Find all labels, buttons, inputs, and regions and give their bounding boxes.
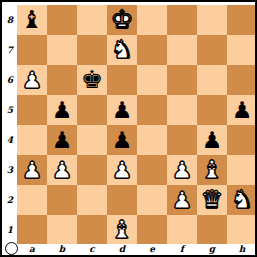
square-f3[interactable]: ♟ <box>167 155 197 185</box>
square-d1[interactable]: ♝ <box>107 215 137 245</box>
square-b5[interactable]: ♟ <box>47 95 77 125</box>
square-f7[interactable] <box>167 35 197 65</box>
square-c5[interactable] <box>77 95 107 125</box>
square-e3[interactable] <box>137 155 167 185</box>
square-e4[interactable] <box>137 125 167 155</box>
square-a7[interactable] <box>17 35 47 65</box>
square-f1[interactable] <box>167 215 197 245</box>
square-d8[interactable]: ♚ <box>107 5 137 35</box>
rank-label-4: 4 <box>4 125 16 155</box>
white-pawn[interactable]: ♟ <box>22 65 43 95</box>
square-d7[interactable]: ♞ <box>107 35 137 65</box>
white-pawn[interactable]: ♟ <box>172 155 193 185</box>
square-b2[interactable] <box>47 185 77 215</box>
chess-diagram: 87654321 ♝♚♞♟♚♟♟♟♟♟♟♟♟♟♟♝♟♛♞♝ abcdefgh <box>0 0 257 257</box>
square-d3[interactable]: ♟ <box>107 155 137 185</box>
square-e2[interactable] <box>137 185 167 215</box>
square-b6[interactable] <box>47 65 77 95</box>
square-g7[interactable] <box>197 35 227 65</box>
black-king[interactable]: ♚ <box>81 65 103 95</box>
square-h5[interactable]: ♟ <box>227 95 257 125</box>
square-e1[interactable] <box>137 215 167 245</box>
square-b7[interactable] <box>47 35 77 65</box>
square-a8[interactable]: ♝ <box>17 5 47 35</box>
file-label-g: g <box>197 244 227 257</box>
square-c2[interactable] <box>77 185 107 215</box>
square-b1[interactable] <box>47 215 77 245</box>
square-f8[interactable] <box>167 5 197 35</box>
rank-label-1: 1 <box>4 215 16 245</box>
black-bishop[interactable]: ♝ <box>21 5 43 35</box>
square-c8[interactable] <box>77 5 107 35</box>
square-h2[interactable]: ♞ <box>227 185 257 215</box>
white-bishop[interactable]: ♝ <box>111 215 133 245</box>
file-label-f: f <box>167 244 197 257</box>
white-pawn[interactable]: ♟ <box>22 155 43 185</box>
square-a1[interactable] <box>17 215 47 245</box>
white-queen[interactable]: ♛ <box>201 185 223 215</box>
square-b8[interactable] <box>47 5 77 35</box>
square-g6[interactable] <box>197 65 227 95</box>
file-label-a: a <box>17 244 47 257</box>
square-c3[interactable] <box>77 155 107 185</box>
square-h8[interactable] <box>227 5 257 35</box>
rank-label-7: 7 <box>4 35 16 65</box>
white-pawn[interactable]: ♟ <box>112 155 133 185</box>
square-e8[interactable] <box>137 5 167 35</box>
black-pawn[interactable]: ♟ <box>202 125 223 155</box>
square-b3[interactable]: ♟ <box>47 155 77 185</box>
square-c4[interactable] <box>77 125 107 155</box>
square-a6[interactable]: ♟ <box>17 65 47 95</box>
square-f6[interactable] <box>167 65 197 95</box>
square-d5[interactable]: ♟ <box>107 95 137 125</box>
white-king[interactable]: ♚ <box>111 5 133 35</box>
square-e6[interactable] <box>137 65 167 95</box>
file-label-c: c <box>77 244 107 257</box>
rank-labels: 87654321 <box>4 5 16 245</box>
square-h4[interactable] <box>227 125 257 155</box>
square-c1[interactable] <box>77 215 107 245</box>
file-labels: abcdefgh <box>17 244 257 257</box>
black-pawn[interactable]: ♟ <box>232 95 253 125</box>
square-e5[interactable] <box>137 95 167 125</box>
rank-label-2: 2 <box>4 185 16 215</box>
black-pawn[interactable]: ♟ <box>52 95 73 125</box>
square-g4[interactable]: ♟ <box>197 125 227 155</box>
square-f4[interactable] <box>167 125 197 155</box>
square-g8[interactable] <box>197 5 227 35</box>
square-b4[interactable]: ♟ <box>47 125 77 155</box>
file-label-h: h <box>227 244 257 257</box>
file-label-b: b <box>47 244 77 257</box>
square-c6[interactable]: ♚ <box>77 65 107 95</box>
square-c7[interactable] <box>77 35 107 65</box>
file-label-e: e <box>137 244 167 257</box>
square-g3[interactable]: ♝ <box>197 155 227 185</box>
white-knight[interactable]: ♞ <box>111 35 133 65</box>
rank-label-6: 6 <box>4 65 16 95</box>
white-pawn[interactable]: ♟ <box>172 185 193 215</box>
square-a4[interactable] <box>17 125 47 155</box>
rank-label-8: 8 <box>4 5 16 35</box>
rank-label-3: 3 <box>4 155 16 185</box>
square-d2[interactable] <box>107 185 137 215</box>
square-h7[interactable] <box>227 35 257 65</box>
black-pawn[interactable]: ♟ <box>52 125 73 155</box>
square-f2[interactable]: ♟ <box>167 185 197 215</box>
white-pawn[interactable]: ♟ <box>52 155 73 185</box>
white-to-move-indicator <box>5 242 18 255</box>
file-label-d: d <box>107 244 137 257</box>
square-a5[interactable] <box>17 95 47 125</box>
square-a2[interactable] <box>17 185 47 215</box>
rank-label-5: 5 <box>4 95 16 125</box>
square-e7[interactable] <box>137 35 167 65</box>
square-g5[interactable] <box>197 95 227 125</box>
black-pawn[interactable]: ♟ <box>112 95 133 125</box>
square-h6[interactable] <box>227 65 257 95</box>
square-h1[interactable] <box>227 215 257 245</box>
square-g1[interactable] <box>197 215 227 245</box>
square-h3[interactable] <box>227 155 257 185</box>
square-d4[interactable]: ♟ <box>107 125 137 155</box>
chess-board: ♝♚♞♟♚♟♟♟♟♟♟♟♟♟♟♝♟♛♞♝ <box>17 5 257 245</box>
black-pawn[interactable]: ♟ <box>112 125 133 155</box>
square-d6[interactable] <box>107 65 137 95</box>
square-g2[interactable]: ♛ <box>197 185 227 215</box>
white-knight[interactable]: ♞ <box>231 185 253 215</box>
square-f5[interactable] <box>167 95 197 125</box>
white-bishop[interactable]: ♝ <box>201 155 223 185</box>
square-a3[interactable]: ♟ <box>17 155 47 185</box>
